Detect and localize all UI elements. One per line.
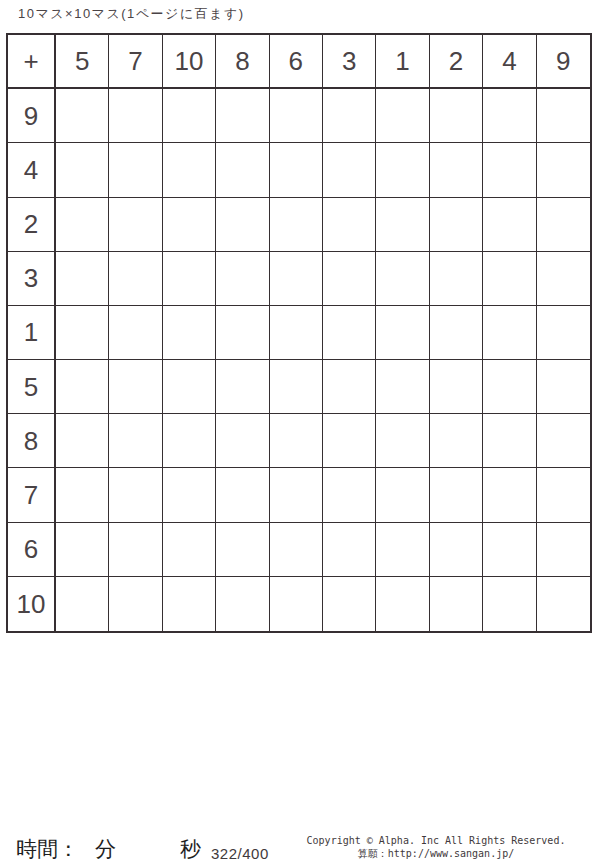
answer-cell[interactable] bbox=[270, 468, 323, 522]
answer-cell[interactable] bbox=[216, 198, 269, 252]
answer-cell[interactable] bbox=[483, 89, 536, 143]
col-header-cell: 3 bbox=[323, 35, 376, 89]
row-header-cell: 6 bbox=[8, 523, 56, 577]
col-header-cell: 9 bbox=[537, 35, 590, 89]
answer-cell[interactable] bbox=[270, 306, 323, 360]
answer-cell[interactable] bbox=[323, 360, 376, 414]
answer-cell[interactable] bbox=[323, 577, 376, 631]
answer-cell[interactable] bbox=[430, 468, 483, 522]
answer-cell[interactable] bbox=[483, 577, 536, 631]
answer-cell[interactable] bbox=[56, 414, 109, 468]
answer-cell[interactable] bbox=[430, 306, 483, 360]
answer-cell[interactable] bbox=[109, 252, 162, 306]
answer-cell[interactable] bbox=[163, 198, 216, 252]
answer-cell[interactable] bbox=[483, 306, 536, 360]
answer-cell[interactable] bbox=[483, 523, 536, 577]
answer-cell[interactable] bbox=[430, 143, 483, 197]
answer-cell[interactable] bbox=[216, 468, 269, 522]
answer-cell[interactable] bbox=[376, 306, 429, 360]
answer-cell[interactable] bbox=[56, 198, 109, 252]
answer-cell[interactable] bbox=[216, 143, 269, 197]
answer-cell[interactable] bbox=[56, 252, 109, 306]
answer-cell[interactable] bbox=[376, 577, 429, 631]
answer-cell[interactable] bbox=[323, 414, 376, 468]
answer-cell[interactable] bbox=[537, 577, 590, 631]
answer-cell[interactable] bbox=[537, 143, 590, 197]
source-site-line: 算願：http://www.sangan.jp/ bbox=[288, 847, 584, 860]
answer-cell[interactable] bbox=[56, 143, 109, 197]
answer-cell[interactable] bbox=[216, 360, 269, 414]
col-header-cell: 8 bbox=[216, 35, 269, 89]
answer-cell[interactable] bbox=[376, 414, 429, 468]
answer-cell[interactable] bbox=[430, 523, 483, 577]
answer-cell[interactable] bbox=[163, 523, 216, 577]
answer-cell[interactable] bbox=[216, 577, 269, 631]
answer-cell[interactable] bbox=[323, 252, 376, 306]
row-header-cell: 1 bbox=[8, 306, 56, 360]
answer-cell[interactable] bbox=[537, 89, 590, 143]
row-header-cell: 8 bbox=[8, 414, 56, 468]
answer-cell[interactable] bbox=[56, 360, 109, 414]
answer-cell[interactable] bbox=[270, 414, 323, 468]
col-header-cell: 7 bbox=[109, 35, 162, 89]
answer-cell[interactable] bbox=[323, 143, 376, 197]
answer-cell[interactable] bbox=[430, 198, 483, 252]
time-entry-line: 時間： 分 秒 bbox=[15, 835, 209, 865]
time-label: 時間： bbox=[16, 835, 79, 863]
answer-cell[interactable] bbox=[109, 306, 162, 360]
answer-cell[interactable] bbox=[109, 198, 162, 252]
answer-cell[interactable] bbox=[483, 414, 536, 468]
answer-cell[interactable] bbox=[376, 252, 429, 306]
answer-cell[interactable] bbox=[216, 89, 269, 143]
answer-cell[interactable] bbox=[537, 252, 590, 306]
row-header-cell: 3 bbox=[8, 252, 56, 306]
answer-cell[interactable] bbox=[430, 252, 483, 306]
col-header-cell: 4 bbox=[483, 35, 536, 89]
answer-cell[interactable] bbox=[109, 577, 162, 631]
answer-cell[interactable] bbox=[323, 468, 376, 522]
row-header-cell: 2 bbox=[8, 198, 56, 252]
answer-cell[interactable] bbox=[216, 523, 269, 577]
answer-cell[interactable] bbox=[430, 577, 483, 631]
answer-cell[interactable] bbox=[483, 468, 536, 522]
row-header-cell: 4 bbox=[8, 143, 56, 197]
answer-cell[interactable] bbox=[163, 252, 216, 306]
answer-cell[interactable] bbox=[270, 360, 323, 414]
copyright-line: Copyright © Alpha. Inc All Rights Reserv… bbox=[288, 834, 584, 847]
row-header-cell: 7 bbox=[8, 468, 56, 522]
answer-cell[interactable] bbox=[270, 89, 323, 143]
answer-cell[interactable] bbox=[483, 198, 536, 252]
answer-cell[interactable] bbox=[216, 306, 269, 360]
answer-cell[interactable] bbox=[163, 414, 216, 468]
row-header-cell: 5 bbox=[8, 360, 56, 414]
worksheet-title: 10マス×10マス(1ページに百ます) bbox=[18, 5, 245, 23]
answer-cell[interactable] bbox=[270, 198, 323, 252]
answer-cell[interactable] bbox=[56, 468, 109, 522]
answer-cell[interactable] bbox=[56, 89, 109, 143]
answer-cell[interactable] bbox=[537, 414, 590, 468]
answer-cell[interactable] bbox=[56, 523, 109, 577]
answer-cell[interactable] bbox=[270, 577, 323, 631]
answer-cell[interactable] bbox=[537, 523, 590, 577]
answer-cell[interactable] bbox=[163, 143, 216, 197]
answer-cell[interactable] bbox=[323, 198, 376, 252]
answer-cell[interactable] bbox=[163, 89, 216, 143]
seconds-label: 秒 bbox=[180, 835, 201, 863]
grid: +5710863124994231587610 bbox=[6, 33, 592, 633]
answer-cell[interactable] bbox=[109, 468, 162, 522]
answer-cell[interactable] bbox=[270, 523, 323, 577]
minutes-blank-field[interactable] bbox=[79, 855, 95, 856]
copyright-block: Copyright © Alpha. Inc All Rights Reserv… bbox=[288, 834, 584, 860]
answer-cell[interactable] bbox=[483, 360, 536, 414]
minutes-label: 分 bbox=[95, 835, 116, 863]
col-header-cell: 6 bbox=[270, 35, 323, 89]
answer-cell[interactable] bbox=[323, 89, 376, 143]
answer-cell[interactable] bbox=[109, 89, 162, 143]
answer-cell[interactable] bbox=[323, 523, 376, 577]
answer-cell[interactable] bbox=[216, 252, 269, 306]
answer-cell[interactable] bbox=[109, 414, 162, 468]
answer-cell[interactable] bbox=[56, 577, 109, 631]
answer-cell[interactable] bbox=[430, 89, 483, 143]
worksheet-page: { "game": "hyakumasu-keisan (100-square … bbox=[0, 0, 600, 865]
answer-cell[interactable] bbox=[163, 468, 216, 522]
answer-cell[interactable] bbox=[163, 306, 216, 360]
answer-cell[interactable] bbox=[376, 143, 429, 197]
answer-cell[interactable] bbox=[56, 306, 109, 360]
answer-cell[interactable] bbox=[376, 360, 429, 414]
col-header-cell: 10 bbox=[163, 35, 216, 89]
seconds-blank-field[interactable] bbox=[116, 855, 180, 856]
answer-cell[interactable] bbox=[109, 523, 162, 577]
answer-cell[interactable] bbox=[216, 414, 269, 468]
operation-cell: + bbox=[8, 35, 56, 89]
answer-cell[interactable] bbox=[376, 468, 429, 522]
answer-cell[interactable] bbox=[270, 252, 323, 306]
col-header-cell: 2 bbox=[430, 35, 483, 89]
answer-cell[interactable] bbox=[537, 198, 590, 252]
col-header-cell: 1 bbox=[376, 35, 429, 89]
answer-cell[interactable] bbox=[323, 306, 376, 360]
answer-cell[interactable] bbox=[430, 360, 483, 414]
answer-cell[interactable] bbox=[537, 360, 590, 414]
answer-cell[interactable] bbox=[537, 306, 590, 360]
row-header-cell: 10 bbox=[8, 577, 56, 631]
answer-cell[interactable] bbox=[376, 523, 429, 577]
answer-cell[interactable] bbox=[376, 198, 429, 252]
answer-cell[interactable] bbox=[430, 414, 483, 468]
answer-cell[interactable] bbox=[163, 577, 216, 631]
col-header-cell: 5 bbox=[56, 35, 109, 89]
answer-cell[interactable] bbox=[109, 143, 162, 197]
sheet-count: 322/400 bbox=[211, 845, 269, 862]
answer-cell[interactable] bbox=[483, 252, 536, 306]
answer-cell[interactable] bbox=[376, 89, 429, 143]
row-header-cell: 9 bbox=[8, 89, 56, 143]
answer-cell[interactable] bbox=[270, 143, 323, 197]
answer-cell[interactable] bbox=[483, 143, 536, 197]
answer-cell[interactable] bbox=[537, 468, 590, 522]
answer-cell[interactable] bbox=[109, 360, 162, 414]
answer-cell[interactable] bbox=[163, 360, 216, 414]
